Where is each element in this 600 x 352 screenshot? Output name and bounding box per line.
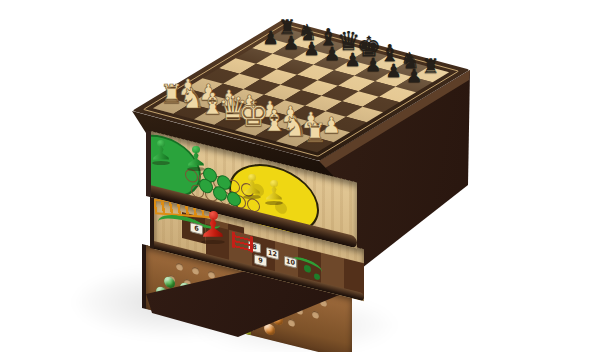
marble-hole bbox=[208, 270, 215, 279]
ludo-pawn-green bbox=[153, 140, 169, 163]
marble-hole bbox=[176, 262, 183, 271]
marble-hole bbox=[312, 310, 319, 319]
ludo-pawn-yellow bbox=[244, 174, 260, 197]
marble-hole bbox=[288, 318, 295, 327]
ludo-pawn-yellow bbox=[266, 180, 282, 203]
marble-hole bbox=[192, 266, 199, 275]
product-photo-games-compendium: 6 8 12 9 10 ♜♞♝♛♚♝♞♜♟♟♟♟♟♟♟♟♟♟♟♟♟♟♟♟♜♞♝♛… bbox=[0, 0, 600, 352]
snakes-pawn-red bbox=[203, 211, 223, 242]
ludo-pawn-green bbox=[188, 146, 204, 169]
